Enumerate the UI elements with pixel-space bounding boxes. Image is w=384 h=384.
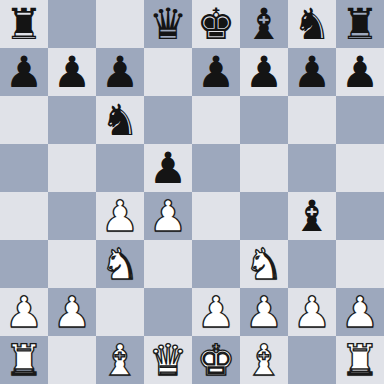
square-f4[interactable]	[240, 192, 288, 240]
square-c1[interactable]: ♝	[96, 336, 144, 384]
square-h1[interactable]: ♜	[336, 336, 384, 384]
piece-white-pawn[interactable]: ♟	[293, 288, 332, 336]
piece-white-knight[interactable]: ♞	[101, 240, 140, 288]
square-f3[interactable]: ♞	[240, 240, 288, 288]
square-d1[interactable]: ♛	[144, 336, 192, 384]
square-h2[interactable]: ♟	[336, 288, 384, 336]
square-d6[interactable]	[144, 96, 192, 144]
square-g4[interactable]: ♝	[288, 192, 336, 240]
square-d4[interactable]: ♟	[144, 192, 192, 240]
square-g7[interactable]: ♟	[288, 48, 336, 96]
square-b7[interactable]: ♟	[48, 48, 96, 96]
square-g8[interactable]: ♞	[288, 0, 336, 48]
square-g6[interactable]	[288, 96, 336, 144]
square-f7[interactable]: ♟	[240, 48, 288, 96]
square-b1[interactable]	[48, 336, 96, 384]
square-a7[interactable]: ♟	[0, 48, 48, 96]
square-d5[interactable]: ♟	[144, 144, 192, 192]
square-h7[interactable]: ♟	[336, 48, 384, 96]
square-c2[interactable]	[96, 288, 144, 336]
square-e8[interactable]: ♚	[192, 0, 240, 48]
piece-white-pawn[interactable]: ♟	[101, 192, 140, 240]
piece-white-rook[interactable]: ♜	[5, 336, 44, 384]
piece-black-knight[interactable]: ♞	[101, 96, 140, 144]
square-d3[interactable]	[144, 240, 192, 288]
piece-black-pawn[interactable]: ♟	[245, 48, 284, 96]
square-a4[interactable]	[0, 192, 48, 240]
piece-black-pawn[interactable]: ♟	[197, 48, 236, 96]
piece-black-bishop[interactable]: ♝	[293, 192, 332, 240]
square-h4[interactable]	[336, 192, 384, 240]
square-e7[interactable]: ♟	[192, 48, 240, 96]
piece-white-king[interactable]: ♚	[197, 336, 236, 384]
piece-black-bishop[interactable]: ♝	[245, 0, 284, 48]
square-a1[interactable]: ♜	[0, 336, 48, 384]
piece-white-pawn[interactable]: ♟	[245, 288, 284, 336]
square-e6[interactable]	[192, 96, 240, 144]
square-h6[interactable]	[336, 96, 384, 144]
square-d2[interactable]	[144, 288, 192, 336]
square-c8[interactable]	[96, 0, 144, 48]
square-f8[interactable]: ♝	[240, 0, 288, 48]
piece-black-rook[interactable]: ♜	[5, 0, 44, 48]
square-d7[interactable]	[144, 48, 192, 96]
square-g3[interactable]	[288, 240, 336, 288]
square-e1[interactable]: ♚	[192, 336, 240, 384]
piece-white-pawn[interactable]: ♟	[5, 288, 44, 336]
square-b2[interactable]: ♟	[48, 288, 96, 336]
square-g1[interactable]	[288, 336, 336, 384]
piece-black-pawn[interactable]: ♟	[53, 48, 92, 96]
square-b8[interactable]	[48, 0, 96, 48]
piece-black-king[interactable]: ♚	[197, 0, 236, 48]
piece-black-pawn[interactable]: ♟	[101, 48, 140, 96]
piece-black-pawn[interactable]: ♟	[149, 144, 188, 192]
square-c4[interactable]: ♟	[96, 192, 144, 240]
piece-white-bishop[interactable]: ♝	[101, 336, 140, 384]
square-g5[interactable]	[288, 144, 336, 192]
square-b3[interactable]	[48, 240, 96, 288]
square-e3[interactable]	[192, 240, 240, 288]
piece-white-rook[interactable]: ♜	[341, 336, 380, 384]
square-e2[interactable]: ♟	[192, 288, 240, 336]
piece-black-rook[interactable]: ♜	[341, 0, 380, 48]
piece-white-pawn[interactable]: ♟	[53, 288, 92, 336]
square-a2[interactable]: ♟	[0, 288, 48, 336]
piece-white-pawn[interactable]: ♟	[149, 192, 188, 240]
square-f1[interactable]: ♝	[240, 336, 288, 384]
piece-white-queen[interactable]: ♛	[149, 336, 188, 384]
square-c6[interactable]: ♞	[96, 96, 144, 144]
square-d8[interactable]: ♛	[144, 0, 192, 48]
square-b4[interactable]	[48, 192, 96, 240]
square-c3[interactable]: ♞	[96, 240, 144, 288]
piece-black-knight[interactable]: ♞	[293, 0, 332, 48]
square-e5[interactable]	[192, 144, 240, 192]
square-a3[interactable]	[0, 240, 48, 288]
piece-black-pawn[interactable]: ♟	[293, 48, 332, 96]
square-c7[interactable]: ♟	[96, 48, 144, 96]
piece-black-pawn[interactable]: ♟	[341, 48, 380, 96]
square-h5[interactable]	[336, 144, 384, 192]
piece-white-pawn[interactable]: ♟	[197, 288, 236, 336]
piece-white-bishop[interactable]: ♝	[245, 336, 284, 384]
chess-board: ♜♛♚♝♞♜♟♟♟♟♟♟♟♞♟♟♟♝♞♞♟♟♟♟♟♟♜♝♛♚♝♜	[0, 0, 384, 384]
square-a6[interactable]	[0, 96, 48, 144]
piece-black-pawn[interactable]: ♟	[5, 48, 44, 96]
square-b6[interactable]	[48, 96, 96, 144]
square-g2[interactable]: ♟	[288, 288, 336, 336]
square-c5[interactable]	[96, 144, 144, 192]
square-b5[interactable]	[48, 144, 96, 192]
square-a5[interactable]	[0, 144, 48, 192]
square-a8[interactable]: ♜	[0, 0, 48, 48]
square-f2[interactable]: ♟	[240, 288, 288, 336]
square-f6[interactable]	[240, 96, 288, 144]
square-h8[interactable]: ♜	[336, 0, 384, 48]
piece-black-queen[interactable]: ♛	[149, 0, 188, 48]
square-f5[interactable]	[240, 144, 288, 192]
square-e4[interactable]	[192, 192, 240, 240]
piece-white-knight[interactable]: ♞	[245, 240, 284, 288]
square-h3[interactable]	[336, 240, 384, 288]
piece-white-pawn[interactable]: ♟	[341, 288, 380, 336]
